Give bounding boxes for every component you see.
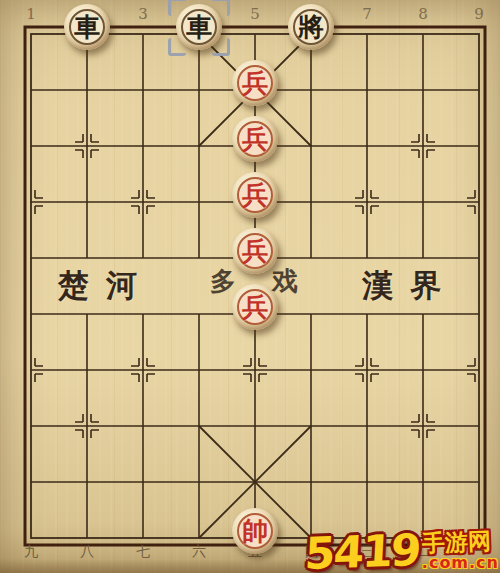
coord-label: 7 [362,5,372,23]
piece-character: 將 [293,9,329,45]
logo-number: 5419 [304,530,421,573]
piece-character: 兵 [237,65,273,101]
red-piece-兵[interactable]: 兵 [232,284,278,330]
red-piece-兵[interactable]: 兵 [232,116,278,162]
river-watermark-left: 多 [210,264,236,299]
piece-character: 兵 [237,289,273,325]
river-text-han-jie: 漢界 [362,265,458,307]
black-piece-車[interactable]: 車 [64,4,110,50]
logo-domain: .com.cn [422,554,499,572]
coord-label: 5 [250,5,260,23]
piece-character: 兵 [237,233,273,269]
site-watermark-logo: 5419 手游网 .com.cn [305,531,499,572]
red-piece-帥[interactable]: 帥 [232,508,278,554]
piece-character: 兵 [237,121,273,157]
river-watermark-right: 戏 [272,264,298,299]
red-piece-兵[interactable]: 兵 [232,228,278,274]
piece-character: 兵 [237,177,273,213]
xiangqi-app: 楚河 漢界 多 戏 123456789 九八七六五四三二一 車車將兵兵兵兵兵帥 … [0,0,500,573]
coord-label: 1 [26,5,36,23]
piece-character: 帥 [237,513,273,549]
logo-site-name: 手游网 [421,530,491,555]
red-piece-兵[interactable]: 兵 [232,172,278,218]
black-piece-將[interactable]: 將 [288,4,334,50]
selection-brackets [168,0,230,56]
coord-label: 8 [418,5,428,23]
piece-character: 車 [69,9,105,45]
coord-label: 9 [474,5,484,23]
coord-label: 3 [138,5,148,23]
river-text-chu-he: 楚河 [58,265,154,307]
red-piece-兵[interactable]: 兵 [232,60,278,106]
